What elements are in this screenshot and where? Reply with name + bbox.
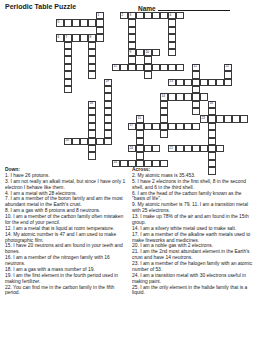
grid-cell[interactable] bbox=[184, 145, 192, 152]
clue-item: 13. I make up 78% of the air and am foun… bbox=[132, 214, 253, 226]
grid-cell[interactable] bbox=[88, 19, 96, 26]
grid-cell[interactable] bbox=[224, 71, 232, 78]
grid-cell[interactable]: 18 bbox=[88, 101, 96, 108]
grid-cell[interactable] bbox=[168, 49, 176, 56]
grid-cell[interactable] bbox=[128, 64, 136, 71]
grid-cell[interactable] bbox=[128, 56, 136, 63]
grid-cell[interactable]: 14 bbox=[160, 93, 168, 100]
clue-number: 4 bbox=[169, 13, 171, 17]
grid-cell[interactable] bbox=[88, 42, 96, 49]
grid-cell[interactable] bbox=[176, 93, 184, 100]
grid-cell[interactable] bbox=[136, 123, 144, 130]
clue-number: 5 bbox=[57, 20, 59, 24]
grid-cell[interactable] bbox=[192, 71, 200, 78]
grid-cell[interactable] bbox=[216, 115, 224, 122]
grid-cell[interactable] bbox=[96, 138, 104, 145]
clue-number: 19 bbox=[105, 79, 109, 83]
grid-cell[interactable] bbox=[136, 138, 144, 145]
grid-cell[interactable] bbox=[144, 145, 152, 152]
grid-cell[interactable] bbox=[96, 34, 104, 41]
grid-cell[interactable]: 3 bbox=[128, 12, 136, 19]
clue-item: 5. I have 2 electrons in the first shell… bbox=[132, 179, 253, 191]
grid-cell[interactable]: 6 bbox=[56, 34, 64, 41]
grid-cell[interactable] bbox=[184, 93, 192, 100]
grid-cell[interactable] bbox=[216, 79, 224, 86]
grid-cell[interactable] bbox=[152, 12, 160, 19]
grid-cell[interactable]: 13 bbox=[168, 79, 176, 86]
grid-cell[interactable] bbox=[64, 64, 72, 71]
grid-cell[interactable] bbox=[72, 138, 80, 145]
grid-cell[interactable] bbox=[104, 108, 112, 115]
grid-cell[interactable]: 21 bbox=[168, 145, 176, 152]
clue-number: 24 bbox=[129, 146, 133, 150]
grid-cell[interactable] bbox=[88, 145, 96, 152]
grid-cell[interactable]: 11 bbox=[112, 64, 120, 71]
grid-cell[interactable] bbox=[168, 34, 176, 41]
clue-item: 22. You can find me in the carbon family… bbox=[5, 285, 126, 297]
grid-cell[interactable] bbox=[88, 152, 96, 159]
grid-cell[interactable] bbox=[136, 49, 144, 56]
grid-cell[interactable] bbox=[88, 71, 96, 78]
grid-cell[interactable] bbox=[88, 130, 96, 137]
clue-item: 7. I am a member of the boron family and… bbox=[5, 196, 126, 208]
clue-item: 25. I am the only element in the halide … bbox=[132, 285, 253, 297]
grid-cell[interactable] bbox=[160, 12, 168, 19]
clue-number: 6 bbox=[57, 35, 59, 39]
grid-cell[interactable] bbox=[208, 138, 216, 145]
grid-cell[interactable] bbox=[144, 123, 152, 130]
name-field[interactable]: Name bbox=[138, 3, 230, 12]
name-blank-line[interactable] bbox=[158, 3, 230, 11]
grid-cell[interactable] bbox=[224, 115, 232, 122]
crossword-grid[interactable]: 1234567891011122219131418161523172024212… bbox=[56, 12, 248, 175]
grid-cell[interactable] bbox=[144, 56, 152, 63]
grid-cell[interactable] bbox=[208, 123, 216, 130]
grid-cell[interactable] bbox=[176, 145, 184, 152]
grid-cell[interactable] bbox=[168, 64, 176, 71]
clue-number: 21 bbox=[169, 146, 173, 150]
clue-number: 13 bbox=[169, 79, 173, 83]
grid-cell[interactable]: 22 bbox=[224, 64, 232, 71]
grid-cell[interactable]: 23 bbox=[200, 115, 208, 122]
grid-cell[interactable] bbox=[104, 101, 112, 108]
grid-cell[interactable] bbox=[64, 79, 72, 86]
clue-item: 21. I am the 2nd most abundant element i… bbox=[132, 249, 253, 261]
clue-number: 22 bbox=[225, 64, 229, 68]
grid-cell[interactable] bbox=[136, 130, 144, 137]
grid-cell[interactable] bbox=[72, 19, 80, 26]
grid-cell[interactable] bbox=[104, 86, 112, 93]
grid-cell[interactable] bbox=[176, 12, 184, 19]
grid-cell[interactable] bbox=[176, 123, 184, 130]
grid-cell[interactable]: 9 bbox=[128, 49, 136, 56]
grid-cell[interactable] bbox=[88, 108, 96, 115]
name-label: Name bbox=[138, 5, 156, 12]
clue-item: 12. I am a metal that is liquid at room … bbox=[5, 226, 126, 232]
grid-cell[interactable] bbox=[208, 145, 216, 152]
grid-cell[interactable] bbox=[192, 93, 200, 100]
grid-cell[interactable] bbox=[160, 108, 168, 115]
grid-cell[interactable] bbox=[128, 27, 136, 34]
grid-cell[interactable]: 7 bbox=[64, 34, 72, 41]
grid-cell[interactable] bbox=[176, 64, 184, 71]
grid-cell[interactable] bbox=[152, 49, 160, 56]
grid-cell[interactable] bbox=[232, 115, 240, 122]
grid-cell[interactable]: 2 bbox=[120, 12, 128, 19]
grid-cell[interactable] bbox=[128, 42, 136, 49]
clue-number: 8 bbox=[89, 35, 91, 39]
grid-cell[interactable] bbox=[168, 42, 176, 49]
clue-number: 1 bbox=[97, 13, 99, 17]
clue-item: 9. My atomic number is 79. 11. I am a tr… bbox=[132, 202, 253, 214]
grid-cell[interactable] bbox=[136, 64, 144, 71]
grid-cell[interactable]: 24 bbox=[128, 145, 136, 152]
grid-cell[interactable] bbox=[144, 12, 152, 19]
grid-cell[interactable] bbox=[144, 71, 152, 78]
clue-number: 7 bbox=[65, 35, 67, 39]
clue-item: 14. I am a silvery white metal used to m… bbox=[132, 226, 253, 232]
clue-number: 17 bbox=[129, 123, 133, 127]
clue-number: 20 bbox=[65, 138, 69, 142]
grid-cell[interactable]: 1 bbox=[96, 12, 104, 19]
clue-number: 2 bbox=[121, 13, 123, 17]
clue-item: 24. I am a transition metal with 30 elec… bbox=[132, 273, 253, 285]
clue-item: 6. I am the head of the carbon family kn… bbox=[132, 191, 253, 203]
grid-cell[interactable] bbox=[152, 123, 160, 130]
clue-number: 15 bbox=[137, 116, 141, 120]
grid-cell[interactable]: 20 bbox=[64, 138, 72, 145]
clue-number: 12 bbox=[193, 64, 197, 68]
grid-cell[interactable]: 16 bbox=[208, 101, 216, 108]
across-clues: Across: 2. My atomic mass is 35.453.5. I… bbox=[132, 167, 253, 296]
clue-number: 23 bbox=[201, 116, 205, 120]
grid-cell[interactable] bbox=[160, 123, 168, 130]
clue-item: 15. I have 20 neutrons and am found in y… bbox=[5, 243, 126, 255]
grid-cell[interactable] bbox=[128, 34, 136, 41]
clue-number: 11 bbox=[113, 64, 116, 68]
grid-cell[interactable] bbox=[64, 56, 72, 63]
clue-item: 16. I am a member of the nitrogen family… bbox=[5, 255, 126, 267]
clue-item: 19. I am the first element in the fourth… bbox=[5, 273, 126, 285]
grid-cell[interactable] bbox=[192, 86, 200, 93]
clue-item: 17. I am a member of the alkaline earth … bbox=[132, 232, 253, 244]
grid-cell[interactable]: 5 bbox=[56, 19, 64, 26]
clue-number: 10 bbox=[145, 50, 149, 54]
grid-cell[interactable] bbox=[192, 101, 200, 108]
clue-number: 25 bbox=[113, 160, 117, 164]
grid-cell[interactable] bbox=[160, 101, 168, 108]
grid-cell[interactable] bbox=[104, 93, 112, 100]
grid-cell[interactable] bbox=[160, 64, 168, 71]
grid-cell[interactable] bbox=[104, 115, 112, 122]
grid-cell[interactable]: 8 bbox=[88, 34, 96, 41]
grid-cell[interactable] bbox=[176, 79, 184, 86]
grid-cell[interactable] bbox=[104, 123, 112, 130]
grid-cell[interactable] bbox=[96, 27, 104, 34]
grid-cell[interactable] bbox=[224, 79, 232, 86]
clue-item: 23. I am a member of the halogen family … bbox=[132, 261, 253, 273]
grid-cell[interactable] bbox=[104, 138, 112, 145]
grid-cell[interactable] bbox=[168, 19, 176, 26]
grid-cell[interactable] bbox=[216, 145, 224, 152]
grid-cell[interactable] bbox=[208, 152, 216, 159]
clue-number: 3 bbox=[129, 13, 131, 17]
grid-cell[interactable] bbox=[136, 145, 144, 152]
grid-cell[interactable] bbox=[208, 115, 216, 122]
grid-cell[interactable] bbox=[168, 27, 176, 34]
grid-cell[interactable] bbox=[128, 19, 136, 26]
grid-cell[interactable] bbox=[72, 34, 80, 41]
clue-number: 16 bbox=[209, 101, 213, 105]
grid-cell[interactable] bbox=[168, 93, 176, 100]
grid-cell[interactable] bbox=[152, 64, 160, 71]
grid-cell[interactable] bbox=[88, 138, 96, 145]
grid-cell[interactable] bbox=[64, 86, 72, 93]
grid-cell[interactable] bbox=[64, 19, 72, 26]
grid-cell[interactable] bbox=[88, 64, 96, 71]
grid-cell[interactable] bbox=[168, 123, 176, 130]
grid-cell[interactable] bbox=[192, 108, 200, 115]
page-title: Periodic Table Puzzle bbox=[5, 3, 76, 10]
grid-cell[interactable] bbox=[64, 71, 72, 78]
grid-cell[interactable] bbox=[88, 115, 96, 122]
grid-cell[interactable]: 4 bbox=[168, 12, 176, 19]
grid-cell[interactable]: 15 bbox=[136, 115, 144, 122]
grid-cell[interactable] bbox=[240, 115, 248, 122]
grid-cell[interactable] bbox=[88, 123, 96, 130]
clue-item: 14. My atomic number is 47 and I am used… bbox=[5, 232, 126, 244]
grid-cell[interactable] bbox=[64, 49, 72, 56]
grid-cell[interactable] bbox=[120, 64, 128, 71]
grid-cell[interactable] bbox=[80, 138, 88, 145]
grid-cell[interactable] bbox=[160, 115, 168, 122]
grid-cell[interactable] bbox=[144, 64, 152, 71]
grid-cell[interactable] bbox=[88, 56, 96, 63]
grid-cell[interactable] bbox=[200, 79, 208, 86]
grid-cell[interactable] bbox=[104, 130, 112, 137]
down-clues: Down: 1. I have 26 protons.3. I am not r… bbox=[5, 167, 126, 296]
grid-cell[interactable] bbox=[208, 108, 216, 115]
grid-cell[interactable] bbox=[160, 130, 168, 137]
grid-cell[interactable] bbox=[136, 152, 144, 159]
grid-cell[interactable]: 10 bbox=[144, 49, 152, 56]
grid-cell[interactable] bbox=[88, 49, 96, 56]
clue-number: 9 bbox=[129, 50, 131, 54]
grid-cell[interactable] bbox=[80, 19, 88, 26]
grid-cell[interactable] bbox=[208, 79, 216, 86]
grid-cell[interactable]: 17 bbox=[128, 123, 136, 130]
grid-cell[interactable] bbox=[192, 79, 200, 86]
grid-cell[interactable] bbox=[192, 145, 200, 152]
grid-cell[interactable] bbox=[80, 34, 88, 41]
grid-cell[interactable] bbox=[200, 93, 208, 100]
grid-cell[interactable] bbox=[192, 123, 200, 130]
grid-cell[interactable] bbox=[136, 12, 144, 19]
grid-cell[interactable]: 12 bbox=[192, 64, 200, 71]
grid-cell[interactable] bbox=[208, 130, 216, 137]
grid-cell[interactable] bbox=[184, 123, 192, 130]
clue-number: 18 bbox=[89, 101, 93, 105]
clue-item: 3. I am not really an alkali metal, but … bbox=[5, 179, 126, 191]
clue-number: 14 bbox=[161, 94, 165, 98]
grid-cell[interactable] bbox=[200, 145, 208, 152]
clue-item: 10. I am a member of the carbon family o… bbox=[5, 214, 126, 226]
grid-cell[interactable]: 19 bbox=[104, 79, 112, 86]
grid-cell[interactable] bbox=[64, 42, 72, 49]
grid-cell[interactable] bbox=[152, 145, 160, 152]
grid-cell[interactable] bbox=[96, 19, 104, 26]
grid-cell[interactable] bbox=[184, 79, 192, 86]
